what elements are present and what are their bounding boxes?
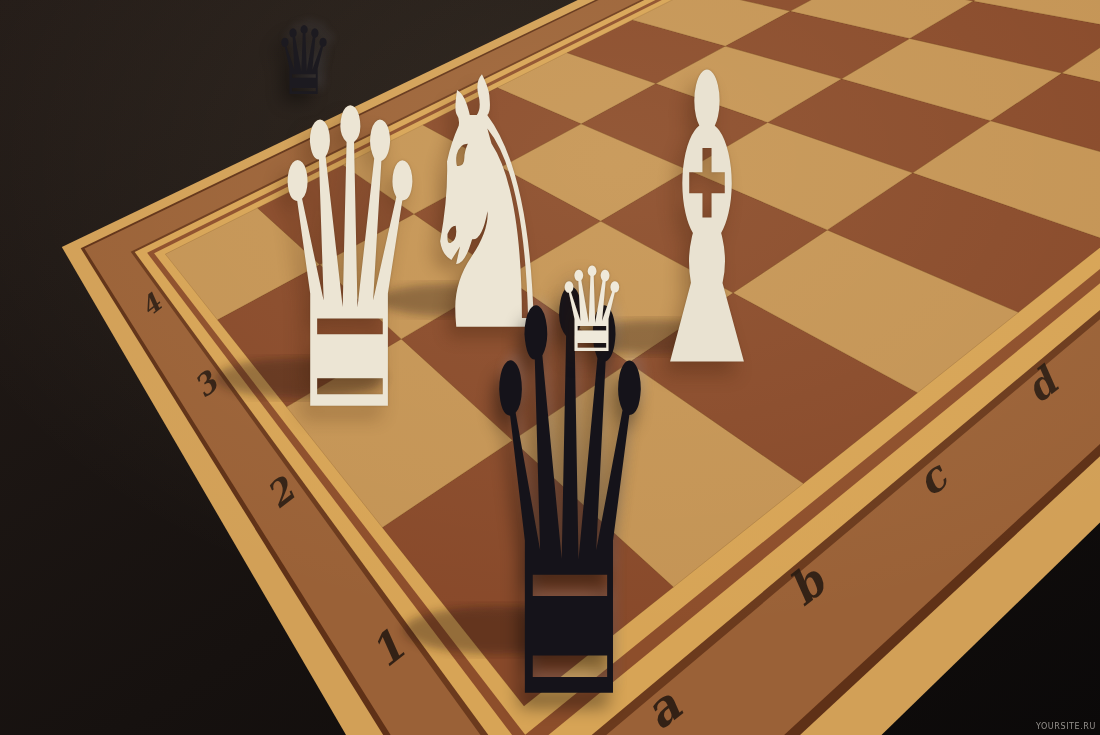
white-queen: ♛ <box>267 57 433 469</box>
white-crown-topper: ♛ <box>556 252 628 369</box>
chess-photo-scene: abcd1234 ♛♛♞♝♛♛ YOURSITE.RU <box>0 0 1100 735</box>
watermark: YOURSITE.RU <box>1036 722 1096 731</box>
black-crown-topper: ♛ <box>274 15 334 109</box>
